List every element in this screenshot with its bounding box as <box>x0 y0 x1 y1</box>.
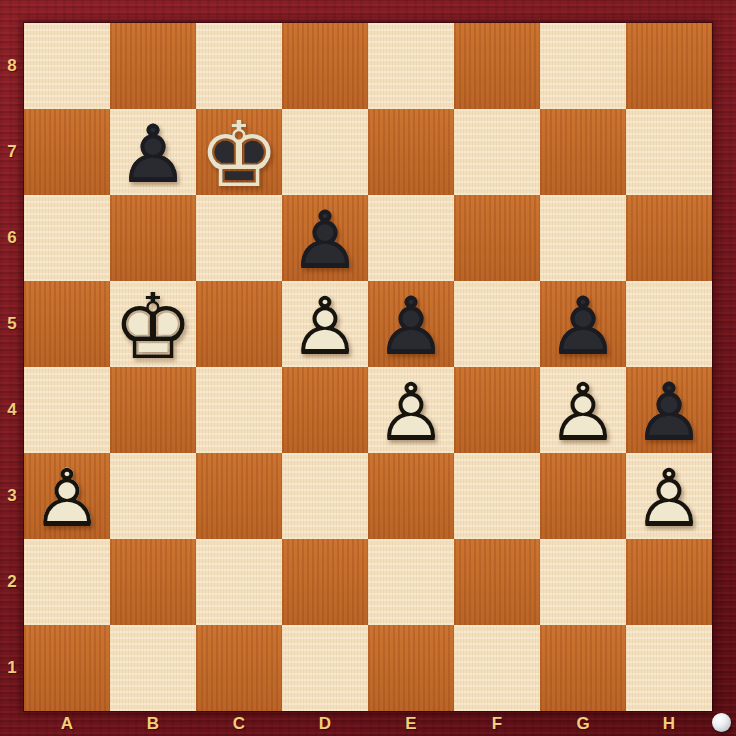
square-f4[interactable] <box>454 367 540 453</box>
square-e1[interactable] <box>368 625 454 711</box>
square-d5[interactable]: ♟♙ <box>282 281 368 367</box>
black-pawn[interactable]: ♟♙ <box>540 281 626 367</box>
square-d8[interactable] <box>282 23 368 109</box>
square-d1[interactable] <box>282 625 368 711</box>
square-f8[interactable] <box>454 23 540 109</box>
file-label-c: C <box>196 711 282 736</box>
white-pawn-outline: ♙ <box>540 369 626 455</box>
square-f3[interactable] <box>454 453 540 539</box>
black-king-outline: ♔ <box>196 111 282 197</box>
black-pawn[interactable]: ♟♙ <box>110 109 196 195</box>
square-a3[interactable]: ♟♙ <box>24 453 110 539</box>
rank-label-4: 4 <box>0 367 24 453</box>
square-b6[interactable] <box>110 195 196 281</box>
black-pawn-outline: ♙ <box>540 283 626 369</box>
square-a1[interactable] <box>24 625 110 711</box>
square-e5[interactable]: ♟♙ <box>368 281 454 367</box>
white-pawn[interactable]: ♟♙ <box>540 367 626 453</box>
square-g8[interactable] <box>540 23 626 109</box>
rank-label-6: 6 <box>0 195 24 281</box>
file-label-d: D <box>282 711 368 736</box>
square-a7[interactable] <box>24 109 110 195</box>
square-a6[interactable] <box>24 195 110 281</box>
white-to-move-indicator <box>712 713 731 732</box>
white-pawn[interactable]: ♟♙ <box>24 453 110 539</box>
square-b3[interactable] <box>110 453 196 539</box>
square-h2[interactable] <box>626 539 712 625</box>
chess-board-frame: 87654321 ♟♙♚♔♟♙♚♔♟♙♟♙♟♙♟♙♟♙♟♙♟♙♟♙ ABCDEF… <box>0 0 736 736</box>
white-king-outline: ♔ <box>110 283 196 369</box>
square-b8[interactable] <box>110 23 196 109</box>
square-g6[interactable] <box>540 195 626 281</box>
square-d3[interactable] <box>282 453 368 539</box>
square-e6[interactable] <box>368 195 454 281</box>
square-f2[interactable] <box>454 539 540 625</box>
square-c5[interactable] <box>196 281 282 367</box>
square-h7[interactable] <box>626 109 712 195</box>
rank-label-2: 2 <box>0 539 24 625</box>
rank-labels: 87654321 <box>0 23 24 711</box>
square-h4[interactable]: ♟♙ <box>626 367 712 453</box>
square-e2[interactable] <box>368 539 454 625</box>
square-a5[interactable] <box>24 281 110 367</box>
square-f6[interactable] <box>454 195 540 281</box>
square-e7[interactable] <box>368 109 454 195</box>
square-f5[interactable] <box>454 281 540 367</box>
square-e8[interactable] <box>368 23 454 109</box>
white-pawn-outline: ♙ <box>24 455 110 541</box>
square-g2[interactable] <box>540 539 626 625</box>
square-a2[interactable] <box>24 539 110 625</box>
square-h3[interactable]: ♟♙ <box>626 453 712 539</box>
black-pawn-outline: ♙ <box>626 369 712 455</box>
rank-label-5: 5 <box>0 281 24 367</box>
file-label-b: B <box>110 711 196 736</box>
square-c8[interactable] <box>196 23 282 109</box>
square-c2[interactable] <box>196 539 282 625</box>
white-pawn-outline: ♙ <box>282 283 368 369</box>
black-pawn[interactable]: ♟♙ <box>368 281 454 367</box>
black-pawn[interactable]: ♟♙ <box>282 195 368 281</box>
file-label-e: E <box>368 711 454 736</box>
black-king[interactable]: ♚♔ <box>196 109 282 195</box>
file-label-f: F <box>454 711 540 736</box>
square-b2[interactable] <box>110 539 196 625</box>
square-c1[interactable] <box>196 625 282 711</box>
black-pawn-outline: ♙ <box>110 111 196 197</box>
square-b4[interactable] <box>110 367 196 453</box>
white-pawn-outline: ♙ <box>626 455 712 541</box>
square-d6[interactable]: ♟♙ <box>282 195 368 281</box>
rank-label-1: 1 <box>0 625 24 711</box>
square-c3[interactable] <box>196 453 282 539</box>
file-label-g: G <box>540 711 626 736</box>
square-a4[interactable] <box>24 367 110 453</box>
square-h6[interactable] <box>626 195 712 281</box>
square-f1[interactable] <box>454 625 540 711</box>
square-f7[interactable] <box>454 109 540 195</box>
square-c4[interactable] <box>196 367 282 453</box>
rank-label-3: 3 <box>0 453 24 539</box>
white-pawn[interactable]: ♟♙ <box>282 281 368 367</box>
square-d2[interactable] <box>282 539 368 625</box>
file-label-h: H <box>626 711 712 736</box>
square-g4[interactable]: ♟♙ <box>540 367 626 453</box>
square-h1[interactable] <box>626 625 712 711</box>
square-c7[interactable]: ♚♔ <box>196 109 282 195</box>
square-h5[interactable] <box>626 281 712 367</box>
white-king[interactable]: ♚♔ <box>110 281 196 367</box>
square-e3[interactable] <box>368 453 454 539</box>
white-pawn[interactable]: ♟♙ <box>626 453 712 539</box>
black-pawn[interactable]: ♟♙ <box>626 367 712 453</box>
square-b5[interactable]: ♚♔ <box>110 281 196 367</box>
square-b1[interactable] <box>110 625 196 711</box>
square-b7[interactable]: ♟♙ <box>110 109 196 195</box>
square-g1[interactable] <box>540 625 626 711</box>
square-a8[interactable] <box>24 23 110 109</box>
square-g3[interactable] <box>540 453 626 539</box>
black-pawn-outline: ♙ <box>282 197 368 283</box>
file-labels: ABCDEFGH <box>24 711 712 736</box>
square-e4[interactable]: ♟♙ <box>368 367 454 453</box>
square-g7[interactable] <box>540 109 626 195</box>
board[interactable]: ♟♙♚♔♟♙♚♔♟♙♟♙♟♙♟♙♟♙♟♙♟♙♟♙ <box>24 23 712 711</box>
square-d4[interactable] <box>282 367 368 453</box>
square-g5[interactable]: ♟♙ <box>540 281 626 367</box>
black-pawn-outline: ♙ <box>368 283 454 369</box>
rank-label-7: 7 <box>0 109 24 195</box>
rank-label-8: 8 <box>0 23 24 109</box>
square-d7[interactable] <box>282 109 368 195</box>
white-pawn[interactable]: ♟♙ <box>368 367 454 453</box>
square-h8[interactable] <box>626 23 712 109</box>
white-pawn-outline: ♙ <box>368 369 454 455</box>
file-label-a: A <box>24 711 110 736</box>
square-c6[interactable] <box>196 195 282 281</box>
